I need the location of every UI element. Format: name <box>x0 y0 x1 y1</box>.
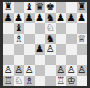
black-pawn: ♟ <box>67 12 76 23</box>
square-e3[interactable] <box>45 55 56 66</box>
black-pawn: ♟ <box>77 12 86 23</box>
square-c6[interactable] <box>24 23 35 34</box>
square-b1[interactable]: ♘ <box>14 76 25 87</box>
chess-app-window: ♜♝♛♚♜♟♟♟♟♞♟♟♟♝♘♗♞♕♟♙♙♙♙♙♙♙♖♘♗♖♔ <box>0 0 90 88</box>
black-pawn: ♟ <box>4 12 13 23</box>
square-g6[interactable] <box>66 23 77 34</box>
square-g4[interactable] <box>66 44 77 55</box>
black-pawn: ♟ <box>56 12 65 23</box>
black-pawn: ♟ <box>35 12 44 23</box>
white-rook: ♖ <box>56 75 65 86</box>
white-queen: ♕ <box>77 33 86 44</box>
square-d3[interactable] <box>35 55 46 66</box>
square-f7[interactable]: ♟ <box>56 13 67 24</box>
square-a7[interactable]: ♟ <box>3 13 14 24</box>
square-c7[interactable]: ♟ <box>24 13 35 24</box>
square-f1[interactable]: ♖ <box>56 76 67 87</box>
black-pawn: ♟ <box>35 44 44 55</box>
square-g7[interactable]: ♟ <box>66 13 77 24</box>
white-bishop: ♗ <box>14 33 23 44</box>
square-c4[interactable] <box>24 44 35 55</box>
chess-board: ♜♝♛♚♜♟♟♟♟♞♟♟♟♝♘♗♞♕♟♙♙♙♙♙♙♙♖♘♗♖♔ <box>3 2 87 86</box>
square-a5[interactable] <box>3 34 14 45</box>
black-pawn: ♟ <box>25 12 34 23</box>
square-d2[interactable] <box>35 65 46 76</box>
square-g1[interactable]: ♔ <box>66 76 77 87</box>
square-d6[interactable] <box>35 23 46 34</box>
white-pawn: ♙ <box>46 44 55 55</box>
square-g5[interactable] <box>66 34 77 45</box>
square-a1[interactable]: ♖ <box>3 76 14 87</box>
square-h7[interactable]: ♟ <box>77 13 88 24</box>
square-e4[interactable]: ♙ <box>45 44 56 55</box>
square-e2[interactable] <box>45 65 56 76</box>
square-c1[interactable]: ♗ <box>24 76 35 87</box>
white-knight: ♘ <box>14 75 23 86</box>
white-rook: ♖ <box>4 75 13 86</box>
square-c5[interactable] <box>24 34 35 45</box>
square-h5[interactable]: ♕ <box>77 34 88 45</box>
square-a4[interactable] <box>3 44 14 55</box>
square-d4[interactable]: ♟ <box>35 44 46 55</box>
square-b4[interactable] <box>14 44 25 55</box>
square-f4[interactable] <box>56 44 67 55</box>
square-f6[interactable] <box>56 23 67 34</box>
square-d1[interactable] <box>35 76 46 87</box>
square-h2[interactable]: ♙ <box>77 65 88 76</box>
white-king: ♔ <box>67 75 76 86</box>
square-e1[interactable] <box>45 76 56 87</box>
square-a6[interactable] <box>3 23 14 34</box>
white-bishop: ♗ <box>25 75 34 86</box>
square-h4[interactable] <box>77 44 88 55</box>
square-f5[interactable] <box>56 34 67 45</box>
white-pawn: ♙ <box>77 65 86 76</box>
square-b5[interactable]: ♗ <box>14 34 25 45</box>
square-d7[interactable]: ♟ <box>35 13 46 24</box>
square-h1[interactable] <box>77 76 88 87</box>
